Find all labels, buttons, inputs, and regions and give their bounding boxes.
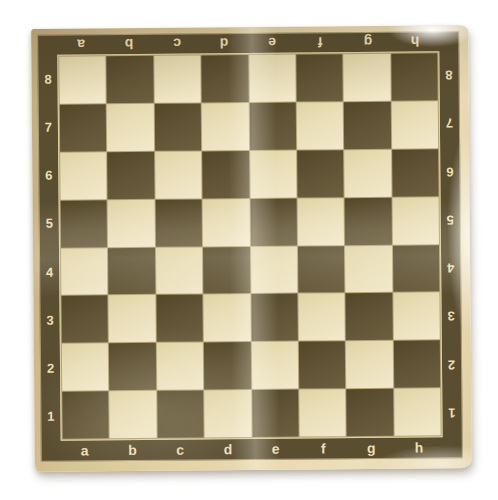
- file-label-bottom-g: g: [347, 438, 395, 458]
- square-a2[interactable]: [62, 344, 109, 391]
- file-label-top-c: c: [153, 34, 201, 53]
- square-g2[interactable]: [346, 341, 393, 388]
- square-e3[interactable]: [251, 294, 298, 341]
- rank-label-right-4: 4: [441, 244, 460, 292]
- square-g1[interactable]: [346, 389, 393, 436]
- board-frame: abcdefgh 87654321 87654321 abcdefgh: [37, 31, 463, 462]
- square-h2[interactable]: [393, 341, 440, 388]
- rank-label-right-2: 2: [442, 341, 461, 389]
- square-b3[interactable]: [109, 295, 156, 342]
- square-b4[interactable]: [108, 247, 155, 294]
- square-d7[interactable]: [202, 103, 249, 150]
- file-label-bottom-e: e: [252, 439, 300, 459]
- square-b7[interactable]: [107, 104, 154, 151]
- square-e7[interactable]: [249, 102, 296, 149]
- coords-top: abcdefgh: [57, 32, 439, 54]
- square-c4[interactable]: [156, 247, 203, 294]
- square-f7[interactable]: [297, 102, 344, 149]
- rank-label-right-6: 6: [440, 148, 459, 196]
- file-label-bottom-f: f: [299, 438, 347, 458]
- file-label-top-d: d: [200, 34, 248, 53]
- square-c7[interactable]: [154, 103, 201, 150]
- square-e4[interactable]: [250, 246, 297, 293]
- square-a4[interactable]: [61, 248, 108, 295]
- square-g7[interactable]: [344, 102, 391, 149]
- photo-background: abcdefgh 87654321 87654321 abcdefgh: [0, 0, 498, 500]
- square-h4[interactable]: [393, 245, 440, 292]
- square-c8[interactable]: [154, 55, 201, 102]
- file-label-bottom-a: a: [61, 440, 109, 460]
- file-label-top-e: e: [248, 34, 296, 53]
- square-b6[interactable]: [108, 152, 155, 199]
- file-label-top-f: f: [296, 33, 344, 52]
- square-c3[interactable]: [156, 295, 203, 342]
- coords-bottom: abcdefgh: [61, 437, 443, 460]
- square-b1[interactable]: [110, 391, 157, 438]
- square-d8[interactable]: [201, 55, 248, 102]
- file-label-bottom-d: d: [204, 439, 252, 459]
- rank-label-left-1: 1: [41, 392, 60, 440]
- square-e2[interactable]: [251, 342, 298, 389]
- file-label-top-a: a: [57, 35, 105, 54]
- square-d1[interactable]: [204, 390, 251, 437]
- square-d2[interactable]: [204, 342, 251, 389]
- square-h1[interactable]: [394, 388, 441, 435]
- square-e6[interactable]: [250, 150, 297, 197]
- rank-label-right-3: 3: [441, 292, 460, 340]
- chess-board: [57, 51, 442, 440]
- square-f1[interactable]: [299, 389, 346, 436]
- square-e5[interactable]: [250, 198, 297, 245]
- square-b8[interactable]: [107, 56, 154, 103]
- rank-label-left-4: 4: [40, 248, 59, 296]
- square-g4[interactable]: [345, 245, 392, 292]
- square-g5[interactable]: [345, 197, 392, 244]
- square-g6[interactable]: [344, 150, 391, 197]
- file-label-bottom-c: c: [156, 439, 204, 459]
- coords-right: 87654321: [439, 51, 461, 437]
- square-d3[interactable]: [204, 294, 251, 341]
- square-c2[interactable]: [157, 343, 204, 390]
- square-h6[interactable]: [392, 149, 439, 196]
- square-c6[interactable]: [155, 151, 202, 198]
- rank-label-left-8: 8: [38, 55, 57, 103]
- square-a1[interactable]: [62, 391, 109, 438]
- rank-label-right-5: 5: [441, 196, 460, 244]
- square-f3[interactable]: [298, 294, 345, 341]
- square-b2[interactable]: [109, 343, 156, 390]
- square-a7[interactable]: [60, 104, 107, 151]
- file-label-top-h: h: [391, 32, 439, 51]
- rank-label-left-2: 2: [41, 344, 60, 392]
- square-f6[interactable]: [297, 150, 344, 197]
- rank-label-left-3: 3: [40, 296, 59, 344]
- square-g3[interactable]: [346, 293, 393, 340]
- square-g8[interactable]: [344, 54, 391, 101]
- square-c1[interactable]: [157, 391, 204, 438]
- square-a8[interactable]: [59, 56, 106, 103]
- file-label-bottom-b: b: [108, 440, 156, 460]
- square-f2[interactable]: [299, 341, 346, 388]
- square-d4[interactable]: [203, 247, 250, 294]
- square-a5[interactable]: [61, 200, 108, 247]
- square-c5[interactable]: [155, 199, 202, 246]
- square-h7[interactable]: [391, 101, 438, 148]
- square-b5[interactable]: [108, 199, 155, 246]
- square-f4[interactable]: [298, 246, 345, 293]
- vinyl-chessboard-sheet: abcdefgh 87654321 87654321 abcdefgh: [31, 25, 472, 472]
- rank-label-left-5: 5: [40, 199, 59, 247]
- rank-label-right-8: 8: [439, 51, 458, 99]
- square-h8[interactable]: [391, 53, 438, 100]
- square-d6[interactable]: [202, 151, 249, 198]
- rank-label-right-7: 7: [440, 99, 459, 147]
- rank-label-left-6: 6: [39, 151, 58, 199]
- square-h5[interactable]: [392, 197, 439, 244]
- file-label-top-g: g: [344, 33, 392, 52]
- rank-label-left-7: 7: [39, 103, 58, 151]
- square-d5[interactable]: [203, 199, 250, 246]
- file-label-top-b: b: [105, 35, 153, 54]
- square-f5[interactable]: [297, 198, 344, 245]
- square-f8[interactable]: [296, 54, 343, 101]
- square-e1[interactable]: [252, 390, 299, 437]
- square-a6[interactable]: [60, 152, 107, 199]
- file-label-bottom-h: h: [395, 437, 443, 457]
- square-e8[interactable]: [249, 55, 296, 102]
- square-a3[interactable]: [61, 296, 108, 343]
- square-h3[interactable]: [393, 293, 440, 340]
- rank-label-right-1: 1: [442, 389, 461, 437]
